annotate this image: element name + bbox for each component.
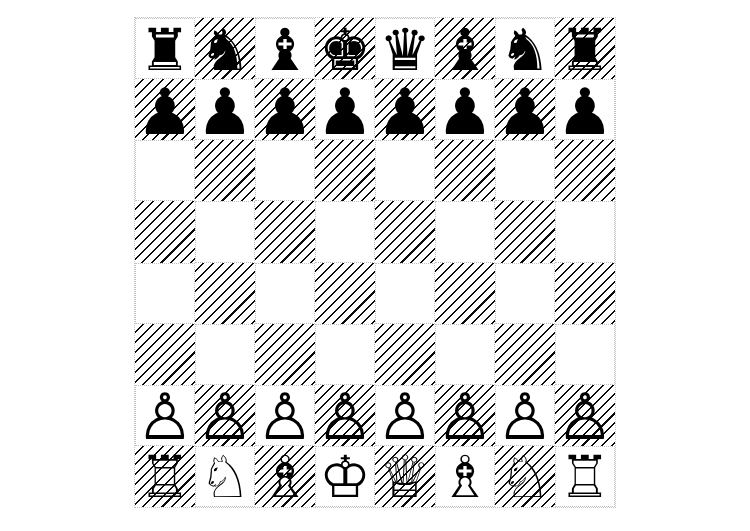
square-e5[interactable] [375, 201, 435, 262]
black-rook[interactable]: ♜ [559, 21, 611, 79]
white-pawn[interactable]: ♙ [556, 385, 613, 449]
black-pawn[interactable]: ♟ [256, 80, 313, 144]
black-pawn[interactable]: ♟ [436, 80, 493, 144]
square-e8[interactable]: ♛ [375, 18, 435, 79]
square-g7[interactable]: ♟ [495, 79, 555, 140]
square-a7[interactable]: ♟ [135, 79, 195, 140]
square-d3[interactable] [315, 324, 375, 385]
square-h6[interactable] [555, 140, 615, 201]
square-h1[interactable]: ♖ [555, 446, 615, 507]
black-pawn[interactable]: ♟ [556, 80, 613, 144]
square-c3[interactable] [255, 324, 315, 385]
square-d6[interactable] [315, 140, 375, 201]
white-pawn[interactable]: ♙ [196, 385, 253, 449]
square-b5[interactable] [195, 201, 255, 262]
black-knight[interactable]: ♞ [499, 21, 551, 79]
square-a2[interactable]: ♙ [135, 385, 195, 446]
white-knight[interactable]: ♘ [499, 448, 551, 506]
black-pawn[interactable]: ♟ [136, 80, 193, 144]
white-pawn[interactable]: ♙ [316, 385, 373, 449]
square-d4[interactable] [315, 263, 375, 324]
black-bishop[interactable]: ♝ [439, 21, 491, 79]
white-pawn[interactable]: ♙ [496, 385, 553, 449]
black-rook[interactable]: ♜ [139, 21, 191, 79]
square-h8[interactable]: ♜ [555, 18, 615, 79]
white-rook[interactable]: ♖ [139, 448, 191, 506]
square-b3[interactable] [195, 324, 255, 385]
square-c5[interactable] [255, 201, 315, 262]
white-queen[interactable]: ♕ [379, 448, 431, 506]
square-c4[interactable] [255, 263, 315, 324]
square-g1[interactable]: ♘ [495, 446, 555, 507]
black-pawn[interactable]: ♟ [316, 80, 373, 144]
chess-board: ♜♞♝♚♛♝♞♜♟♟♟♟♟♟♟♟♙♙♙♙♙♙♙♙♖♘♗♔♕♗♘♖ [135, 18, 615, 507]
square-c2[interactable]: ♙ [255, 385, 315, 446]
white-pawn[interactable]: ♙ [436, 385, 493, 449]
square-e2[interactable]: ♙ [375, 385, 435, 446]
square-d2[interactable]: ♙ [315, 385, 375, 446]
black-queen[interactable]: ♛ [379, 21, 431, 79]
white-rook[interactable]: ♖ [559, 448, 611, 506]
square-e1[interactable]: ♕ [375, 446, 435, 507]
square-a3[interactable] [135, 324, 195, 385]
square-e3[interactable] [375, 324, 435, 385]
black-pawn[interactable]: ♟ [496, 80, 553, 144]
square-f5[interactable] [435, 201, 495, 262]
white-knight[interactable]: ♘ [199, 448, 251, 506]
square-f2[interactable]: ♙ [435, 385, 495, 446]
square-d1[interactable]: ♔ [315, 446, 375, 507]
square-f1[interactable]: ♗ [435, 446, 495, 507]
square-d5[interactable] [315, 201, 375, 262]
square-a6[interactable] [135, 140, 195, 201]
square-a5[interactable] [135, 201, 195, 262]
square-g5[interactable] [495, 201, 555, 262]
square-h2[interactable]: ♙ [555, 385, 615, 446]
white-king[interactable]: ♔ [319, 448, 371, 506]
square-a1[interactable]: ♖ [135, 446, 195, 507]
square-b4[interactable] [195, 263, 255, 324]
white-pawn[interactable]: ♙ [136, 385, 193, 449]
square-f6[interactable] [435, 140, 495, 201]
square-g3[interactable] [495, 324, 555, 385]
white-pawn[interactable]: ♙ [256, 385, 313, 449]
square-h5[interactable] [555, 201, 615, 262]
black-pawn[interactable]: ♟ [196, 80, 253, 144]
white-pawn[interactable]: ♙ [376, 385, 433, 449]
square-h3[interactable] [555, 324, 615, 385]
square-e6[interactable] [375, 140, 435, 201]
square-f8[interactable]: ♝ [435, 18, 495, 79]
black-knight[interactable]: ♞ [199, 21, 251, 79]
square-a4[interactable] [135, 263, 195, 324]
square-f3[interactable] [435, 324, 495, 385]
square-h4[interactable] [555, 263, 615, 324]
square-c6[interactable] [255, 140, 315, 201]
square-e7[interactable]: ♟ [375, 79, 435, 140]
square-g2[interactable]: ♙ [495, 385, 555, 446]
square-b1[interactable]: ♘ [195, 446, 255, 507]
square-c7[interactable]: ♟ [255, 79, 315, 140]
black-king[interactable]: ♚ [319, 21, 371, 79]
square-b2[interactable]: ♙ [195, 385, 255, 446]
square-g8[interactable]: ♞ [495, 18, 555, 79]
square-c1[interactable]: ♗ [255, 446, 315, 507]
square-f7[interactable]: ♟ [435, 79, 495, 140]
square-b6[interactable] [195, 140, 255, 201]
square-g6[interactable] [495, 140, 555, 201]
square-e4[interactable] [375, 263, 435, 324]
square-b8[interactable]: ♞ [195, 18, 255, 79]
square-f4[interactable] [435, 263, 495, 324]
square-h7[interactable]: ♟ [555, 79, 615, 140]
square-c8[interactable]: ♝ [255, 18, 315, 79]
square-g4[interactable] [495, 263, 555, 324]
square-a8[interactable]: ♜ [135, 18, 195, 79]
black-pawn[interactable]: ♟ [376, 80, 433, 144]
square-d8[interactable]: ♚ [315, 18, 375, 79]
square-b7[interactable]: ♟ [195, 79, 255, 140]
white-bishop[interactable]: ♗ [259, 448, 311, 506]
square-d7[interactable]: ♟ [315, 79, 375, 140]
white-bishop[interactable]: ♗ [439, 448, 491, 506]
black-bishop[interactable]: ♝ [259, 21, 311, 79]
